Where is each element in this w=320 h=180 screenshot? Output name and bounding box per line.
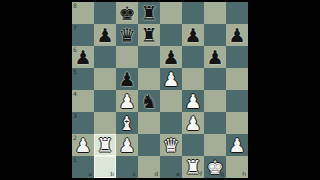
file-label-d: d: [154, 171, 158, 177]
square-c2[interactable]: ♟: [116, 134, 138, 156]
square-d1[interactable]: d: [138, 156, 160, 178]
square-g5[interactable]: [204, 68, 226, 90]
square-g2[interactable]: [204, 134, 226, 156]
square-h5[interactable]: [226, 68, 248, 90]
square-c3[interactable]: ♝: [116, 112, 138, 134]
square-c7[interactable]: ♛: [116, 24, 138, 46]
square-g4[interactable]: [204, 90, 226, 112]
square-f3[interactable]: ♟: [182, 112, 204, 134]
square-f8[interactable]: [182, 2, 204, 24]
square-g1[interactable]: g♚: [204, 156, 226, 178]
square-f1[interactable]: f♜: [182, 156, 204, 178]
square-f6[interactable]: [182, 46, 204, 68]
square-e4[interactable]: [160, 90, 182, 112]
piece-white-pawn[interactable]: ♟: [182, 112, 204, 134]
square-a7[interactable]: 7: [72, 24, 94, 46]
piece-black-rook[interactable]: ♜: [138, 2, 160, 24]
square-e2[interactable]: ♛: [160, 134, 182, 156]
letterbox-left: [0, 0, 72, 180]
square-c8[interactable]: ♚: [116, 2, 138, 24]
file-label-a: a: [88, 171, 92, 177]
square-a3[interactable]: 3: [72, 112, 94, 134]
square-c4[interactable]: ♟: [116, 90, 138, 112]
rank-label-3: 3: [73, 113, 77, 119]
rank-label-7: 7: [73, 25, 77, 31]
piece-white-pawn[interactable]: ♟: [182, 90, 204, 112]
square-g3[interactable]: [204, 112, 226, 134]
square-c1[interactable]: c: [116, 156, 138, 178]
piece-white-pawn[interactable]: ♟: [116, 134, 138, 156]
piece-white-pawn[interactable]: ♟: [72, 134, 94, 156]
square-b1[interactable]: b: [94, 156, 116, 178]
piece-black-queen[interactable]: ♛: [116, 24, 138, 46]
square-d5[interactable]: [138, 68, 160, 90]
file-label-c: c: [133, 171, 136, 177]
square-e5[interactable]: ♟: [160, 68, 182, 90]
square-h7[interactable]: ♟: [226, 24, 248, 46]
square-e7[interactable]: [160, 24, 182, 46]
square-h8[interactable]: [226, 2, 248, 24]
piece-white-pawn[interactable]: ♟: [160, 68, 182, 90]
square-e3[interactable]: [160, 112, 182, 134]
square-c5[interactable]: ♟: [116, 68, 138, 90]
square-h2[interactable]: ♟: [226, 134, 248, 156]
rank-label-8: 8: [73, 3, 77, 9]
file-label-e: e: [176, 171, 180, 177]
square-b2[interactable]: ♜: [94, 134, 116, 156]
piece-white-bishop[interactable]: ♝: [116, 112, 138, 134]
square-a6[interactable]: 6♟: [72, 46, 94, 68]
piece-black-pawn[interactable]: ♟: [226, 24, 248, 46]
rank-label-4: 4: [73, 91, 77, 97]
square-f5[interactable]: [182, 68, 204, 90]
square-b7[interactable]: ♟: [94, 24, 116, 46]
square-e1[interactable]: e: [160, 156, 182, 178]
square-d7[interactable]: ♜: [138, 24, 160, 46]
square-f2[interactable]: [182, 134, 204, 156]
square-a5[interactable]: 5: [72, 68, 94, 90]
piece-white-queen[interactable]: ♛: [160, 134, 182, 156]
piece-black-pawn[interactable]: ♟: [94, 24, 116, 46]
square-h4[interactable]: [226, 90, 248, 112]
rank-label-5: 5: [73, 69, 77, 75]
file-label-h: h: [242, 171, 246, 177]
square-b3[interactable]: [94, 112, 116, 134]
square-f7[interactable]: ♟: [182, 24, 204, 46]
piece-white-rook[interactable]: ♜: [182, 156, 204, 178]
square-d6[interactable]: [138, 46, 160, 68]
square-b8[interactable]: [94, 2, 116, 24]
square-b5[interactable]: [94, 68, 116, 90]
piece-black-pawn[interactable]: ♟: [160, 46, 182, 68]
piece-white-pawn[interactable]: ♟: [226, 134, 248, 156]
square-g6[interactable]: ♟: [204, 46, 226, 68]
piece-black-king[interactable]: ♚: [116, 2, 138, 24]
piece-black-pawn[interactable]: ♟: [116, 68, 138, 90]
piece-black-pawn[interactable]: ♟: [182, 24, 204, 46]
piece-black-pawn[interactable]: ♟: [204, 46, 226, 68]
square-a2[interactable]: 2♟: [72, 134, 94, 156]
piece-black-pawn[interactable]: ♟: [72, 46, 94, 68]
square-d8[interactable]: ♜: [138, 2, 160, 24]
square-d3[interactable]: [138, 112, 160, 134]
rank-label-1: 1: [73, 157, 77, 163]
square-b4[interactable]: [94, 90, 116, 112]
piece-white-king[interactable]: ♚: [204, 156, 226, 178]
square-g8[interactable]: [204, 2, 226, 24]
square-e6[interactable]: ♟: [160, 46, 182, 68]
square-d2[interactable]: [138, 134, 160, 156]
square-f4[interactable]: ♟: [182, 90, 204, 112]
square-a4[interactable]: 4: [72, 90, 94, 112]
square-d4[interactable]: ♞: [138, 90, 160, 112]
file-label-b: b: [110, 171, 114, 177]
chess-board: 8♚♜7♟♛♜♟♟6♟♟♟5♟♟4♟♞♟3♝♟2♟♜♟♛♟1abcdef♜g♚h: [72, 2, 248, 178]
piece-black-rook[interactable]: ♜: [138, 24, 160, 46]
square-g7[interactable]: [204, 24, 226, 46]
square-a8[interactable]: 8: [72, 2, 94, 24]
piece-black-knight[interactable]: ♞: [138, 90, 160, 112]
piece-white-pawn[interactable]: ♟: [116, 90, 138, 112]
square-h6[interactable]: [226, 46, 248, 68]
square-c6[interactable]: [116, 46, 138, 68]
square-h3[interactable]: [226, 112, 248, 134]
square-a1[interactable]: 1a: [72, 156, 94, 178]
piece-white-rook[interactable]: ♜: [94, 134, 116, 156]
square-b6[interactable]: [94, 46, 116, 68]
square-h1[interactable]: h: [226, 156, 248, 178]
square-e8[interactable]: [160, 2, 182, 24]
letterbox-right: [248, 0, 320, 180]
